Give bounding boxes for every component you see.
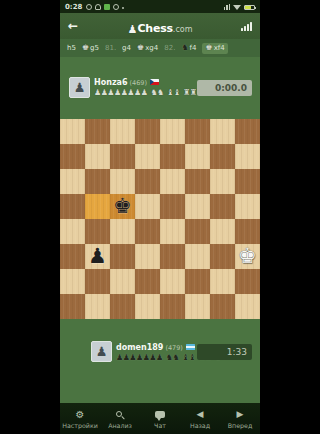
back-button[interactable]: ← xyxy=(68,20,78,32)
square-f3[interactable] xyxy=(110,169,135,194)
back-arrow-icon: ◀ xyxy=(197,409,204,421)
light-king-figurine-icon: ♚ xyxy=(82,44,89,52)
wifi-icon xyxy=(233,5,241,10)
square-c6[interactable] xyxy=(185,244,210,269)
square-a3[interactable] xyxy=(235,169,260,194)
square-g5[interactable] xyxy=(85,219,110,244)
nav-forward[interactable]: ▶ Вперед xyxy=(220,403,260,434)
analysis-magnifier-icon xyxy=(116,409,124,421)
signal-bars-icon xyxy=(224,4,231,10)
player-top-rating: (469) xyxy=(130,79,147,87)
square-a2[interactable] xyxy=(235,144,260,169)
square-h1[interactable] xyxy=(60,119,85,144)
player-bottom-rating: (479) xyxy=(165,344,182,352)
captured-pawn-icons: ♟♟♟♟♟♟♟ xyxy=(116,353,163,362)
square-a4[interactable] xyxy=(235,194,260,219)
square-a7[interactable] xyxy=(235,269,260,294)
forward-arrow-icon: ▶ xyxy=(237,409,244,421)
clock-top: 0:00.0 xyxy=(197,80,252,96)
square-f7[interactable] xyxy=(110,269,135,294)
square-d2[interactable] xyxy=(160,144,185,169)
avatar[interactable]: ♟ xyxy=(69,77,90,98)
captured-bishop-icons: ♝♝ xyxy=(182,353,195,362)
captured-knight-icons: ♞♞ xyxy=(166,353,179,362)
black-king-piece[interactable]: ♚ xyxy=(110,194,135,219)
square-h4[interactable] xyxy=(60,194,85,219)
move[interactable]: ♞f4 xyxy=(181,44,196,52)
captured-pieces-top: ♟♟♟♟♟♟♟♟♞♞♝♝♜♜♛ xyxy=(94,88,209,97)
square-h3[interactable] xyxy=(60,169,85,194)
chat-bubble-icon xyxy=(155,409,165,421)
captured-rook-icons: ♜♜ xyxy=(183,88,196,97)
square-c7[interactable] xyxy=(185,269,210,294)
square-e4[interactable] xyxy=(135,194,160,219)
alarm-clock-icon xyxy=(86,4,92,10)
black-pawn-piece[interactable]: ♟ xyxy=(85,244,110,269)
square-b2[interactable] xyxy=(210,144,235,169)
captured-pawn-icons: ♟♟♟♟♟♟♟♟ xyxy=(94,88,147,97)
status-bar: 0:28 xyxy=(60,0,260,13)
square-e5[interactable] xyxy=(135,219,160,244)
square-a8[interactable] xyxy=(235,294,260,319)
square-b6[interactable] xyxy=(210,244,235,269)
square-d3[interactable] xyxy=(160,169,185,194)
player-top-block: ♟ Honza6(469) ♟♟♟♟♟♟♟♟♞♞♝♝♜♜♛ 0:00.0 xyxy=(60,57,260,119)
chess-board: ♚♟♚ xyxy=(60,119,260,319)
square-g2[interactable] xyxy=(85,144,110,169)
square-b7[interactable] xyxy=(210,269,235,294)
square-e1[interactable] xyxy=(135,119,160,144)
player-bottom-block: ♟ domen189(479) ♟♟♟♟♟♟♟♞♞♝♝♜♜♛+1 1:33 xyxy=(60,319,260,403)
square-a6[interactable]: ♚ xyxy=(235,244,260,269)
current-move[interactable]: ♚xf4 xyxy=(202,43,227,54)
ghost-icon xyxy=(95,4,101,10)
light-king-figurine-icon: ♚ xyxy=(137,44,144,52)
square-g7[interactable] xyxy=(85,269,110,294)
settings-gear-icon: ⚙ xyxy=(76,409,85,421)
player-top-name[interactable]: Honza6(469) xyxy=(94,78,159,87)
square-b5[interactable] xyxy=(210,219,235,244)
square-e2[interactable] xyxy=(135,144,160,169)
move[interactable]: h5 xyxy=(67,44,76,52)
nav-settings[interactable]: ⚙ Настройки xyxy=(60,403,100,434)
nav-back[interactable]: ◀ Назад xyxy=(180,403,220,434)
square-c8[interactable] xyxy=(185,294,210,319)
light-king-figurine-icon: ♚ xyxy=(205,44,212,52)
white-king-piece[interactable]: ♚ xyxy=(235,244,260,269)
square-g6[interactable]: ♟ xyxy=(85,244,110,269)
square-a1[interactable] xyxy=(235,119,260,144)
logo-pawn-icon: ♟ xyxy=(128,23,138,36)
move-number: 81. xyxy=(105,44,116,52)
square-b4[interactable] xyxy=(210,194,235,219)
square-h6[interactable] xyxy=(60,244,85,269)
czech-flag xyxy=(150,79,159,85)
square-e7[interactable] xyxy=(135,269,160,294)
square-e3[interactable] xyxy=(135,169,160,194)
square-g1[interactable] xyxy=(85,119,110,144)
square-d5[interactable] xyxy=(160,219,185,244)
square-f1[interactable] xyxy=(110,119,135,144)
square-f2[interactable] xyxy=(110,144,135,169)
bottom-nav-bar: ⚙ Настройки Анализ Чат ◀ Назад ▶ Вперед xyxy=(60,403,260,434)
square-g4[interactable] xyxy=(85,194,110,219)
nav-chat[interactable]: Чат xyxy=(140,403,180,434)
captured-bishop-icons: ♝♝ xyxy=(167,88,180,97)
square-h7[interactable] xyxy=(60,269,85,294)
move[interactable]: ♚g5 xyxy=(82,44,99,52)
player-bottom-name[interactable]: domen189(479) xyxy=(116,343,195,352)
circle-icon xyxy=(113,4,119,10)
square-f8[interactable] xyxy=(110,294,135,319)
square-b8[interactable] xyxy=(210,294,235,319)
square-d4[interactable] xyxy=(160,194,185,219)
green-app-icon xyxy=(104,4,110,10)
square-g8[interactable] xyxy=(85,294,110,319)
square-h8[interactable] xyxy=(60,294,85,319)
square-a5[interactable] xyxy=(235,219,260,244)
square-c5[interactable] xyxy=(185,219,210,244)
square-g3[interactable] xyxy=(85,169,110,194)
square-c2[interactable] xyxy=(185,144,210,169)
dot-icon xyxy=(122,7,124,9)
square-c3[interactable] xyxy=(185,169,210,194)
move[interactable]: ♚xg4 xyxy=(137,44,158,52)
connection-bars-icon xyxy=(241,21,252,31)
square-e8[interactable] xyxy=(135,294,160,319)
dark-knight-figurine-icon: ♞ xyxy=(181,44,188,52)
square-f5[interactable] xyxy=(110,219,135,244)
square-d7[interactable] xyxy=(160,269,185,294)
square-d8[interactable] xyxy=(160,294,185,319)
square-d1[interactable] xyxy=(160,119,185,144)
square-b3[interactable] xyxy=(210,169,235,194)
square-e6[interactable] xyxy=(135,244,160,269)
square-h2[interactable] xyxy=(60,144,85,169)
square-b1[interactable] xyxy=(210,119,235,144)
header: ← ♟Chess.com xyxy=(60,13,260,39)
square-h5[interactable] xyxy=(60,219,85,244)
square-c4[interactable] xyxy=(185,194,210,219)
move[interactable]: g4 xyxy=(122,44,131,52)
move-list-bar: h5♚g581.g4♚xg482.♞f4♚xf4 xyxy=(60,39,260,57)
teal-flag xyxy=(186,344,195,350)
square-c1[interactable] xyxy=(185,119,210,144)
clock-bottom: 1:33 xyxy=(197,344,252,360)
move-number: 82. xyxy=(164,44,175,52)
nav-analysis[interactable]: Анализ xyxy=(100,403,140,434)
app-screen: 0:28 ← ♟Chess.com h5♚g581.g4♚xg482.♞f4♚x… xyxy=(60,0,260,434)
captured-knight-icons: ♞♞ xyxy=(150,88,163,97)
square-d6[interactable] xyxy=(160,244,185,269)
square-f4[interactable]: ♚ xyxy=(110,194,135,219)
battery-icon xyxy=(244,5,255,10)
status-time: 0:28 xyxy=(65,3,82,11)
chesscom-logo: ♟Chess.com xyxy=(60,17,260,36)
avatar[interactable]: ♟ xyxy=(91,341,112,362)
square-f6[interactable] xyxy=(110,244,135,269)
